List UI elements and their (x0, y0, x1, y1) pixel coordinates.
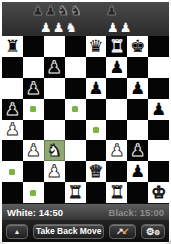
piece-black-pawn: ♟ (88, 80, 103, 97)
square-d4[interactable] (65, 120, 86, 141)
square-c5[interactable] (44, 99, 65, 120)
square-f2[interactable] (106, 161, 127, 182)
square-e8[interactable]: ♛ (86, 36, 107, 57)
captured-black-row: ♟♟♞♞ ♟ (2, 2, 169, 19)
piece-black-pawn: ♟ (47, 59, 62, 76)
piece-white-pawn: ♟ (5, 121, 20, 138)
legal-move-dot[interactable] (30, 190, 36, 196)
square-g8[interactable]: ♚ (127, 36, 148, 57)
swap-arrows-icon-accent: ↙ (122, 226, 130, 236)
square-g1[interactable] (127, 182, 148, 203)
up-arrow-icon: ▲ (14, 228, 21, 235)
square-d6[interactable] (65, 78, 86, 99)
square-e2[interactable]: ♛ (86, 161, 107, 182)
settings-gear-small-icon: ⚙ (154, 229, 160, 237)
square-f7[interactable]: ♟ (106, 57, 127, 78)
settings-button[interactable]: ⚙⚙ (141, 224, 165, 239)
square-d3[interactable] (65, 140, 86, 161)
square-a8[interactable]: ♜ (2, 36, 23, 57)
piece-black-rook: ♜ (5, 38, 20, 55)
piece-black-pawn: ♟ (26, 80, 41, 97)
piece-white-queen: ♛ (88, 163, 103, 180)
square-c3[interactable]: ♞ (44, 140, 65, 161)
square-f5[interactable] (106, 99, 127, 120)
square-h4[interactable] (148, 120, 169, 141)
square-f8[interactable]: ♜ (106, 36, 127, 57)
piece-black-pawn: ♟ (5, 101, 20, 118)
square-f1[interactable]: ♜ (106, 182, 127, 203)
square-d7[interactable] (65, 57, 86, 78)
square-g7[interactable] (127, 57, 148, 78)
piece-white-pawn: ♟ (109, 142, 124, 159)
piece-white-rook: ♜ (67, 184, 82, 201)
piece-white-king: ♚ (151, 184, 166, 201)
captured-black-pieces-left: ♟♟♞♞ (32, 2, 82, 19)
legal-move-dot[interactable] (30, 106, 36, 112)
piece-black-pawn: ♟ (109, 59, 124, 76)
square-g5[interactable] (127, 99, 148, 120)
square-b6[interactable]: ♟ (23, 78, 44, 99)
piece-black-pawn: ♟ (130, 142, 145, 159)
piece-white-knight: ♞ (47, 142, 62, 159)
square-d2[interactable] (65, 161, 86, 182)
piece-black-pawn: ♟ (130, 80, 145, 97)
piece-black-pawn: ♟ (130, 163, 145, 180)
square-b5[interactable] (23, 99, 44, 120)
captured-white-pawn: ♟ (107, 19, 119, 36)
square-a6[interactable] (2, 78, 23, 99)
piece-black-pawn: ♟ (151, 101, 166, 118)
captured-pieces-tray: ♟♟♞♞ ♟ ♟♟♞ ♟♟ (2, 2, 169, 36)
square-c6[interactable] (44, 78, 65, 99)
captured-white-knight: ♞ (65, 19, 77, 36)
piece-black-rook: ♜ (109, 38, 124, 55)
square-e5[interactable] (86, 99, 107, 120)
expand-button[interactable]: ▲ (6, 224, 28, 239)
white-clock: White: 14:50 (7, 207, 63, 218)
square-e1[interactable] (86, 182, 107, 203)
legal-move-dot[interactable] (9, 169, 15, 175)
clock-bar: White: 14:50 Black: 15:00 (2, 203, 169, 220)
square-g3[interactable]: ♟ (127, 140, 148, 161)
square-d8[interactable] (65, 36, 86, 57)
square-b2[interactable] (23, 161, 44, 182)
square-c2[interactable]: ♟ (44, 161, 65, 182)
square-b4[interactable] (23, 120, 44, 141)
captured-black-knight: ♞ (70, 2, 82, 19)
square-h2[interactable] (148, 161, 169, 182)
take-back-move-button[interactable]: Take Back Move (33, 224, 104, 239)
square-b1[interactable] (23, 182, 44, 203)
piece-white-pawn: ♟ (26, 142, 41, 159)
piece-white-rook: ♜ (109, 184, 124, 201)
square-a1[interactable] (2, 182, 23, 203)
square-a2[interactable] (2, 161, 23, 182)
swap-sides-button[interactable]: ↗↙ (109, 224, 136, 239)
square-e6[interactable]: ♟ (86, 78, 107, 99)
square-c7[interactable]: ♟ (44, 57, 65, 78)
square-c8[interactable] (44, 36, 65, 57)
black-clock: Black: 15:00 (109, 207, 164, 218)
square-h7[interactable] (148, 57, 169, 78)
square-e4[interactable] (86, 120, 107, 141)
square-f4[interactable] (106, 120, 127, 141)
square-g4[interactable] (127, 120, 148, 141)
square-b3[interactable]: ♟ (23, 140, 44, 161)
square-a5[interactable]: ♟ (2, 99, 23, 120)
captured-white-row: ♟♟♞ ♟♟ (2, 19, 169, 36)
square-c1[interactable] (44, 182, 65, 203)
square-a7[interactable] (2, 57, 23, 78)
square-h1[interactable]: ♚ (148, 182, 169, 203)
piece-black-queen: ♛ (88, 38, 103, 55)
captured-black-knight: ♞ (57, 2, 69, 19)
captured-white-pawn: ♟ (53, 19, 65, 36)
square-e3[interactable] (86, 140, 107, 161)
square-g2[interactable]: ♟ (127, 161, 148, 182)
square-g6[interactable]: ♟ (127, 78, 148, 99)
square-d1[interactable]: ♜ (65, 182, 86, 203)
square-e7[interactable] (86, 57, 107, 78)
chess-app-screenshot: ♟♟♞♞ ♟ ♟♟♞ ♟♟ ♜♛♜♚♟♟♟♟♟♟♟♟♟♞♟♟♟♛♟♜♜♚ Whi… (0, 0, 171, 244)
square-f3[interactable]: ♟ (106, 140, 127, 161)
square-c4[interactable] (44, 120, 65, 141)
square-d5[interactable] (65, 99, 86, 120)
square-h8[interactable] (148, 36, 169, 57)
captured-black-pawn: ♟ (45, 2, 57, 19)
piece-white-pawn: ♟ (47, 163, 62, 180)
square-h6[interactable] (148, 78, 169, 99)
captured-black-pawn: ♟ (106, 2, 118, 19)
captured-white-pieces-right: ♟♟ (107, 19, 131, 36)
square-b7[interactable] (23, 57, 44, 78)
captured-white-pawn: ♟ (120, 19, 132, 36)
chess-board: ♜♛♜♚♟♟♟♟♟♟♟♟♟♞♟♟♟♛♟♜♜♚ (2, 36, 169, 203)
captured-white-pawn: ♟ (40, 19, 52, 36)
bottom-toolbar: ▲ Take Back Move ↗↙ ⚙⚙ (2, 220, 169, 242)
square-h5[interactable]: ♟ (148, 99, 169, 120)
captured-white-pieces-left: ♟♟♞ (40, 19, 77, 36)
square-b8[interactable] (23, 36, 44, 57)
square-a4[interactable]: ♟ (2, 120, 23, 141)
square-f6[interactable] (106, 78, 127, 99)
legal-move-dot[interactable] (72, 106, 78, 112)
piece-black-king: ♚ (130, 38, 145, 55)
captured-black-pawn: ♟ (32, 2, 44, 19)
square-a3[interactable] (2, 140, 23, 161)
captured-black-pieces-right: ♟ (106, 2, 118, 19)
legal-move-dot[interactable] (93, 127, 99, 133)
square-h3[interactable] (148, 140, 169, 161)
